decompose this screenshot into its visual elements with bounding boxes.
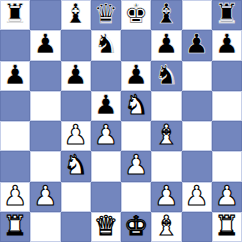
square-g1[interactable] [182, 212, 212, 242]
piece-black-pawn[interactable]: ♟ [33, 30, 57, 59]
square-c1[interactable] [61, 212, 91, 242]
square-d5[interactable]: ♟ [91, 91, 121, 121]
square-e7[interactable] [121, 30, 151, 60]
square-a8[interactable]: ♜ [0, 0, 30, 30]
square-c5[interactable] [61, 91, 91, 121]
square-b4[interactable] [30, 121, 60, 151]
square-f1[interactable]: ♝ [151, 212, 181, 242]
square-g7[interactable]: ♟ [182, 30, 212, 60]
square-a4[interactable] [0, 121, 30, 151]
square-g3[interactable] [182, 151, 212, 181]
square-c7[interactable] [61, 30, 91, 60]
square-e8[interactable]: ♚ [121, 0, 151, 30]
square-f5[interactable] [151, 91, 181, 121]
square-h2[interactable]: ♟ [212, 182, 242, 212]
piece-black-bishop[interactable]: ♝ [64, 0, 88, 29]
piece-white-bishop[interactable]: ♝ [154, 121, 178, 150]
square-b6[interactable] [30, 61, 60, 91]
square-d7[interactable]: ♞ [91, 30, 121, 60]
square-e2[interactable] [121, 182, 151, 212]
piece-white-pawn[interactable]: ♟ [215, 182, 239, 211]
piece-black-pawn[interactable]: ♟ [94, 91, 118, 120]
square-h8[interactable]: ♜ [212, 0, 242, 30]
piece-white-pawn[interactable]: ♟ [94, 121, 118, 150]
board-container: ♜♝♛♚♝♜♟♞♟♟♟♟♟♟♞♟♞♟♟♝♞♟♟♟♟♟♟♜♛♚♝♜ [0, 0, 242, 242]
piece-black-pawn[interactable]: ♟ [124, 61, 148, 90]
square-d8[interactable]: ♛ [91, 0, 121, 30]
square-h5[interactable] [212, 91, 242, 121]
square-e3[interactable]: ♟ [121, 151, 151, 181]
piece-black-pawn[interactable]: ♟ [154, 30, 178, 59]
square-c3[interactable]: ♞ [61, 151, 91, 181]
square-g8[interactable] [182, 0, 212, 30]
square-f6[interactable]: ♞ [151, 61, 181, 91]
piece-black-pawn[interactable]: ♟ [185, 30, 209, 59]
square-d2[interactable] [91, 182, 121, 212]
square-a5[interactable] [0, 91, 30, 121]
piece-black-pawn[interactable]: ♟ [215, 30, 239, 59]
piece-white-knight[interactable]: ♞ [124, 91, 148, 120]
square-h4[interactable] [212, 121, 242, 151]
square-c4[interactable]: ♟ [61, 121, 91, 151]
square-d4[interactable]: ♟ [91, 121, 121, 151]
chess-board: ♜♝♛♚♝♜♟♞♟♟♟♟♟♟♞♟♞♟♟♝♞♟♟♟♟♟♟♜♛♚♝♜ [0, 0, 242, 242]
piece-black-queen[interactable]: ♛ [94, 0, 118, 29]
square-g4[interactable] [182, 121, 212, 151]
square-f8[interactable]: ♝ [151, 0, 181, 30]
piece-white-pawn[interactable]: ♟ [33, 182, 57, 211]
square-d1[interactable]: ♛ [91, 212, 121, 242]
square-f3[interactable] [151, 151, 181, 181]
square-e5[interactable]: ♞ [121, 91, 151, 121]
square-d3[interactable] [91, 151, 121, 181]
piece-black-king[interactable]: ♚ [124, 0, 148, 29]
square-e4[interactable] [121, 121, 151, 151]
square-d6[interactable] [91, 61, 121, 91]
piece-white-pawn[interactable]: ♟ [3, 182, 27, 211]
piece-black-rook[interactable]: ♜ [215, 0, 239, 29]
square-h3[interactable] [212, 151, 242, 181]
square-a6[interactable]: ♟ [0, 61, 30, 91]
square-h1[interactable]: ♜ [212, 212, 242, 242]
square-a7[interactable] [0, 30, 30, 60]
piece-white-bishop[interactable]: ♝ [154, 212, 178, 241]
piece-white-pawn[interactable]: ♟ [64, 121, 88, 150]
square-f2[interactable]: ♟ [151, 182, 181, 212]
square-b7[interactable]: ♟ [30, 30, 60, 60]
piece-black-knight[interactable]: ♞ [94, 30, 118, 59]
square-h7[interactable]: ♟ [212, 30, 242, 60]
square-h6[interactable] [212, 61, 242, 91]
square-g6[interactable] [182, 61, 212, 91]
piece-black-bishop[interactable]: ♝ [154, 0, 178, 29]
square-b1[interactable] [30, 212, 60, 242]
piece-black-pawn[interactable]: ♟ [3, 61, 27, 90]
square-a2[interactable]: ♟ [0, 182, 30, 212]
square-b2[interactable]: ♟ [30, 182, 60, 212]
piece-white-pawn[interactable]: ♟ [124, 151, 148, 180]
square-c2[interactable] [61, 182, 91, 212]
piece-white-rook[interactable]: ♜ [3, 212, 27, 241]
square-b3[interactable] [30, 151, 60, 181]
piece-black-rook[interactable]: ♜ [3, 0, 27, 29]
square-a1[interactable]: ♜ [0, 212, 30, 242]
square-e1[interactable]: ♚ [121, 212, 151, 242]
piece-white-rook[interactable]: ♜ [215, 212, 239, 241]
square-a3[interactable] [0, 151, 30, 181]
piece-black-pawn[interactable]: ♟ [64, 61, 88, 90]
square-c6[interactable]: ♟ [61, 61, 91, 91]
square-c8[interactable]: ♝ [61, 0, 91, 30]
square-g2[interactable]: ♟ [182, 182, 212, 212]
piece-white-king[interactable]: ♚ [124, 212, 148, 241]
square-b8[interactable] [30, 0, 60, 30]
square-g5[interactable] [182, 91, 212, 121]
square-f7[interactable]: ♟ [151, 30, 181, 60]
piece-white-queen[interactable]: ♛ [94, 212, 118, 241]
piece-white-pawn[interactable]: ♟ [154, 182, 178, 211]
square-f4[interactable]: ♝ [151, 121, 181, 151]
piece-white-pawn[interactable]: ♟ [185, 182, 209, 211]
square-e6[interactable]: ♟ [121, 61, 151, 91]
piece-black-knight[interactable]: ♞ [154, 61, 178, 90]
piece-white-knight[interactable]: ♞ [64, 151, 88, 180]
square-b5[interactable] [30, 91, 60, 121]
